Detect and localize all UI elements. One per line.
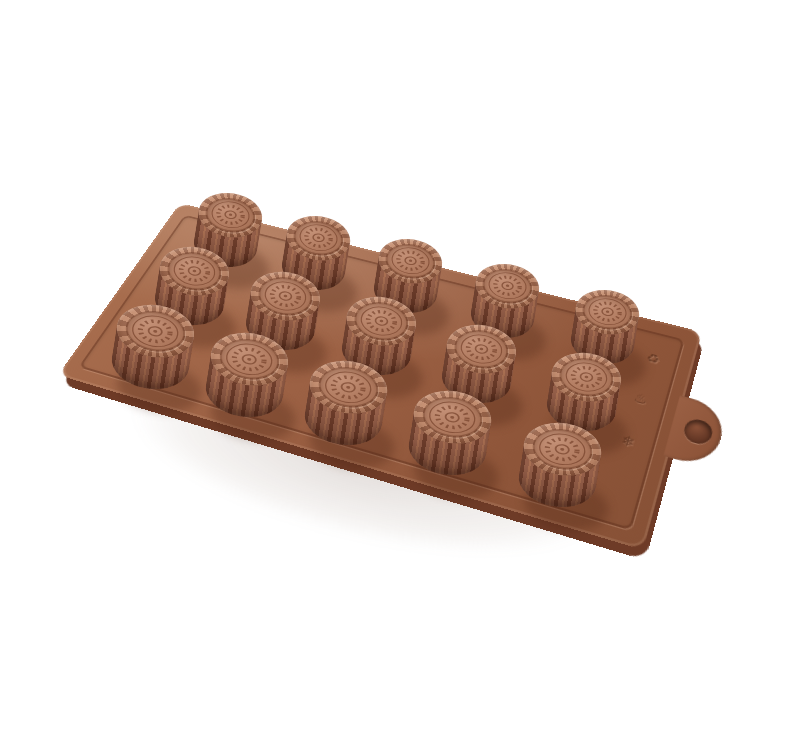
mold-cavity-r3c2	[202, 327, 292, 422]
product-photo: ♻ ♨ ❄	[0, 0, 800, 732]
mold-cavity-r3c3	[301, 355, 391, 450]
hanging-tab	[663, 395, 728, 469]
mold-cavity-r3c5	[515, 417, 605, 512]
mold-cavity-r3c4	[405, 385, 495, 480]
mold-cavity-r3c1	[108, 299, 198, 394]
hanging-hole	[682, 417, 715, 447]
